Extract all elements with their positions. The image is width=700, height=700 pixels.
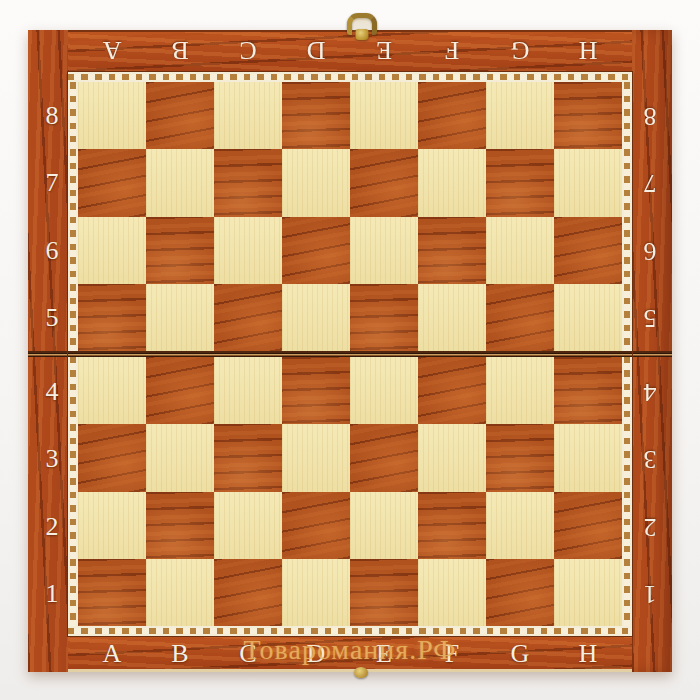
file-label-top-a: A: [90, 33, 134, 67]
file-label-top-e: E: [362, 33, 406, 67]
file-label-top-d: D: [294, 33, 338, 67]
square-e5: [350, 284, 418, 351]
square-f4: [418, 357, 486, 424]
rank-label-left-8: 8: [33, 99, 71, 133]
board-half-bottom: [78, 357, 622, 626]
square-e2: [350, 492, 418, 559]
square-b6: [146, 217, 214, 284]
file-label-bottom-b: B: [158, 637, 202, 671]
square-c3: [214, 424, 282, 491]
square-g1: [486, 559, 554, 626]
square-h8: [554, 82, 622, 149]
square-a7: [78, 149, 146, 216]
square-b8: [146, 82, 214, 149]
square-c2: [214, 492, 282, 559]
square-f5: [418, 284, 486, 351]
square-h4: [554, 357, 622, 424]
square-h5: [554, 284, 622, 351]
square-g6: [486, 217, 554, 284]
square-c5: [214, 284, 282, 351]
square-h3: [554, 424, 622, 491]
rank-label-right-1: 1: [631, 577, 669, 611]
square-a8: [78, 82, 146, 149]
square-b3: [146, 424, 214, 491]
square-f6: [418, 217, 486, 284]
rank-label-right-8: 8: [631, 99, 669, 133]
square-d5: [282, 284, 350, 351]
square-g2: [486, 492, 554, 559]
rank-label-left-4: 4: [33, 375, 71, 409]
square-e4: [350, 357, 418, 424]
square-d6: [282, 217, 350, 284]
board-half-top: [78, 82, 622, 351]
file-label-bottom-a: A: [90, 637, 134, 671]
square-b1: [146, 559, 214, 626]
rank-label-left-5: 5: [33, 301, 71, 335]
square-g7: [486, 149, 554, 216]
file-label-top-f: F: [430, 33, 474, 67]
square-b4: [146, 357, 214, 424]
chess-board-box: [28, 30, 672, 672]
square-c6: [214, 217, 282, 284]
square-f1: [418, 559, 486, 626]
rank-label-right-3: 3: [631, 442, 669, 476]
square-a2: [78, 492, 146, 559]
square-h7: [554, 149, 622, 216]
square-b7: [146, 149, 214, 216]
photo-background: Товаромания.РФ ABCDEFGHABCDEFGH876543218…: [0, 0, 700, 700]
inlay-strip-bottom: [68, 626, 632, 636]
brass-hinge-pin: [354, 667, 368, 678]
square-f7: [418, 149, 486, 216]
square-h6: [554, 217, 622, 284]
square-g5: [486, 284, 554, 351]
rank-label-left-7: 7: [33, 166, 71, 200]
file-label-bottom-f: F: [430, 637, 474, 671]
inlay-strip-top: [68, 72, 632, 82]
rank-label-right-7: 7: [631, 166, 669, 200]
square-g4: [486, 357, 554, 424]
square-h1: [554, 559, 622, 626]
square-e3: [350, 424, 418, 491]
square-e7: [350, 149, 418, 216]
rank-label-left-3: 3: [33, 442, 71, 476]
brass-clasp: [347, 13, 377, 35]
rank-label-right-5: 5: [631, 301, 669, 335]
file-label-top-g: G: [498, 33, 542, 67]
square-b5: [146, 284, 214, 351]
square-a5: [78, 284, 146, 351]
square-e6: [350, 217, 418, 284]
square-c8: [214, 82, 282, 149]
clasp-knob-icon: [356, 29, 369, 40]
file-label-bottom-h: H: [566, 637, 610, 671]
rank-label-right-2: 2: [631, 510, 669, 544]
playing-area: [68, 72, 632, 636]
square-a1: [78, 559, 146, 626]
file-label-top-c: C: [226, 33, 270, 67]
square-g3: [486, 424, 554, 491]
rank-label-left-1: 1: [33, 577, 71, 611]
rank-label-left-2: 2: [33, 510, 71, 544]
file-label-bottom-g: G: [498, 637, 542, 671]
square-c7: [214, 149, 282, 216]
square-h2: [554, 492, 622, 559]
file-label-top-b: B: [158, 33, 202, 67]
square-a4: [78, 357, 146, 424]
square-f8: [418, 82, 486, 149]
square-a3: [78, 424, 146, 491]
square-d4: [282, 357, 350, 424]
rank-label-right-4: 4: [631, 375, 669, 409]
square-c1: [214, 559, 282, 626]
square-e1: [350, 559, 418, 626]
rank-label-left-6: 6: [33, 234, 71, 268]
square-d7: [282, 149, 350, 216]
file-label-bottom-c: C: [226, 637, 270, 671]
square-d2: [282, 492, 350, 559]
file-label-bottom-e: E: [362, 637, 406, 671]
file-label-bottom-d: D: [294, 637, 338, 671]
square-b2: [146, 492, 214, 559]
square-f2: [418, 492, 486, 559]
square-c4: [214, 357, 282, 424]
square-d8: [282, 82, 350, 149]
square-d1: [282, 559, 350, 626]
rank-label-right-6: 6: [631, 234, 669, 268]
file-label-top-h: H: [566, 33, 610, 67]
square-d3: [282, 424, 350, 491]
square-e8: [350, 82, 418, 149]
square-g8: [486, 82, 554, 149]
square-a6: [78, 217, 146, 284]
square-f3: [418, 424, 486, 491]
